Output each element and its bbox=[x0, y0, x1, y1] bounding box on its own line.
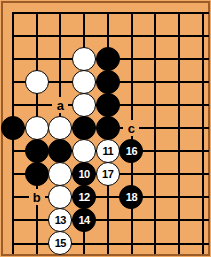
white-stone-17: 17 bbox=[96, 162, 120, 186]
white-stone-15: 15 bbox=[48, 231, 72, 255]
board-point: c bbox=[120, 117, 144, 140]
white-stone bbox=[72, 47, 96, 71]
black-stone bbox=[25, 139, 49, 163]
board-point bbox=[72, 71, 96, 94]
board-point bbox=[96, 48, 120, 71]
annotation-label-c: c bbox=[123, 120, 139, 136]
go-board: ac11161017b1218131415 bbox=[1, 1, 211, 255]
board-point bbox=[49, 163, 73, 186]
white-stone bbox=[72, 70, 96, 94]
board-point: 16 bbox=[120, 140, 144, 163]
black-stone-10: 10 bbox=[72, 162, 96, 186]
board-point bbox=[96, 117, 120, 140]
black-stone bbox=[96, 116, 120, 140]
black-stone-14: 14 bbox=[72, 208, 96, 232]
go-diagram: ac11161017b1218131415 bbox=[0, 0, 211, 257]
board-point: 12 bbox=[72, 186, 96, 209]
board-point: 10 bbox=[72, 163, 96, 186]
black-stone bbox=[25, 162, 49, 186]
black-stone-18: 18 bbox=[119, 185, 143, 209]
board-point: 17 bbox=[96, 163, 120, 186]
white-stone bbox=[72, 93, 96, 117]
board-point bbox=[25, 117, 49, 140]
black-stone bbox=[96, 70, 120, 94]
board-point bbox=[72, 94, 96, 117]
board-point bbox=[72, 48, 96, 71]
board-point bbox=[25, 163, 49, 186]
black-stone bbox=[1, 116, 25, 140]
board-point bbox=[25, 140, 49, 163]
board-point bbox=[49, 186, 73, 209]
board-point bbox=[49, 140, 73, 163]
board-point bbox=[25, 71, 49, 94]
white-stone-13: 13 bbox=[48, 208, 72, 232]
board-point: 18 bbox=[120, 186, 144, 209]
board-point bbox=[1, 117, 25, 140]
board-point: 14 bbox=[72, 209, 96, 232]
board-point bbox=[72, 117, 96, 140]
board-point: b bbox=[25, 186, 49, 209]
black-stone-12: 12 bbox=[72, 185, 96, 209]
black-stone bbox=[72, 116, 96, 140]
board-point bbox=[49, 117, 73, 140]
board-point: 13 bbox=[49, 209, 73, 232]
board-point bbox=[96, 71, 120, 94]
board-point bbox=[96, 94, 120, 117]
board-point bbox=[72, 140, 96, 163]
white-stone bbox=[48, 116, 72, 140]
board-point: 15 bbox=[49, 232, 73, 255]
black-stone bbox=[96, 47, 120, 71]
black-stone bbox=[96, 93, 120, 117]
annotation-label-b: b bbox=[29, 189, 45, 205]
white-stone bbox=[48, 185, 72, 209]
white-stone-11: 11 bbox=[96, 139, 120, 163]
annotation-label-a: a bbox=[52, 97, 68, 113]
board-point: 11 bbox=[96, 140, 120, 163]
black-stone-16: 16 bbox=[119, 139, 143, 163]
board-point: a bbox=[49, 94, 73, 117]
black-stone bbox=[48, 139, 72, 163]
white-stone bbox=[25, 70, 49, 94]
white-stone bbox=[25, 116, 49, 140]
white-stone bbox=[72, 139, 96, 163]
white-stone bbox=[48, 162, 72, 186]
